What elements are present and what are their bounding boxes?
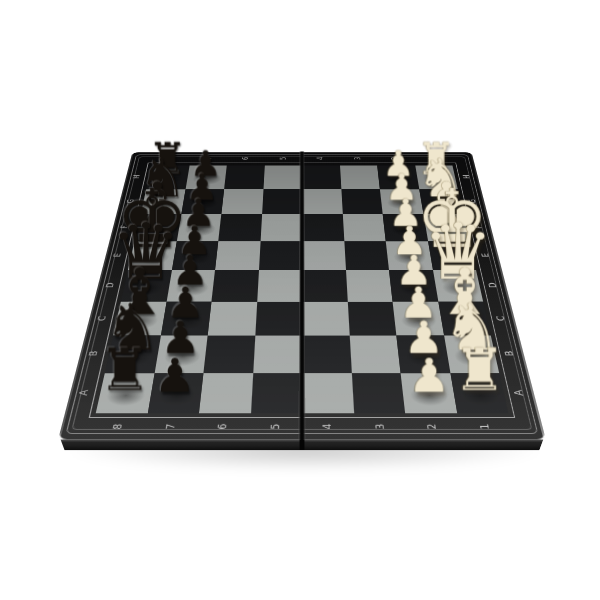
square-e4[interactable] xyxy=(302,241,346,270)
square-c5[interactable] xyxy=(255,301,302,335)
square-b5[interactable] xyxy=(253,336,302,373)
square-e6[interactable] xyxy=(215,241,260,270)
square-e5[interactable] xyxy=(259,241,303,270)
square-b3[interactable] xyxy=(349,336,400,373)
square-d4[interactable] xyxy=(302,270,347,301)
board-front-edge xyxy=(61,439,544,450)
hinge-seam xyxy=(298,151,305,440)
rank-label: 4 xyxy=(319,405,338,449)
square-c4[interactable] xyxy=(302,301,349,335)
square-g6[interactable] xyxy=(221,189,263,214)
square-f6[interactable] xyxy=(218,214,261,241)
rank-label: 4 xyxy=(314,147,327,169)
square-c6[interactable] xyxy=(208,301,257,335)
square-g5[interactable] xyxy=(262,189,302,214)
square-d6[interactable] xyxy=(211,270,258,301)
square-g4[interactable] xyxy=(302,189,342,214)
rank-label: 5 xyxy=(266,405,285,449)
chessboard: 87654321 87654321 HGFEDCBA HGFEDCBA ♜♟♟♜… xyxy=(58,152,546,439)
square-f4[interactable] xyxy=(302,214,344,241)
rank-label: 3 xyxy=(351,147,366,169)
square-f3[interactable] xyxy=(342,214,385,241)
square-d3[interactable] xyxy=(346,270,393,301)
rank-label: 6 xyxy=(212,405,234,449)
rank-label: 6 xyxy=(239,147,254,169)
chess-set: 87654321 87654321 HGFEDCBA HGFEDCBA ♜♟♟♜… xyxy=(102,70,502,470)
rank-label: 3 xyxy=(370,405,392,449)
piece-bP-a7[interactable]: ♟ xyxy=(154,352,196,399)
piece-bR-a8[interactable]: ♜ xyxy=(98,341,150,399)
piece-wP-a2[interactable]: ♟ xyxy=(408,352,450,399)
square-b6[interactable] xyxy=(203,336,254,373)
square-d5[interactable] xyxy=(257,270,302,301)
piece-wR-a1[interactable]: ♜ xyxy=(454,341,506,399)
square-b4[interactable] xyxy=(302,336,351,373)
square-g3[interactable] xyxy=(341,189,383,214)
square-c3[interactable] xyxy=(347,301,396,335)
rank-label: 5 xyxy=(277,147,290,169)
photo-canvas: 87654321 87654321 HGFEDCBA HGFEDCBA ♜♟♟♜… xyxy=(0,0,600,600)
square-e3[interactable] xyxy=(344,241,389,270)
square-f5[interactable] xyxy=(260,214,302,241)
